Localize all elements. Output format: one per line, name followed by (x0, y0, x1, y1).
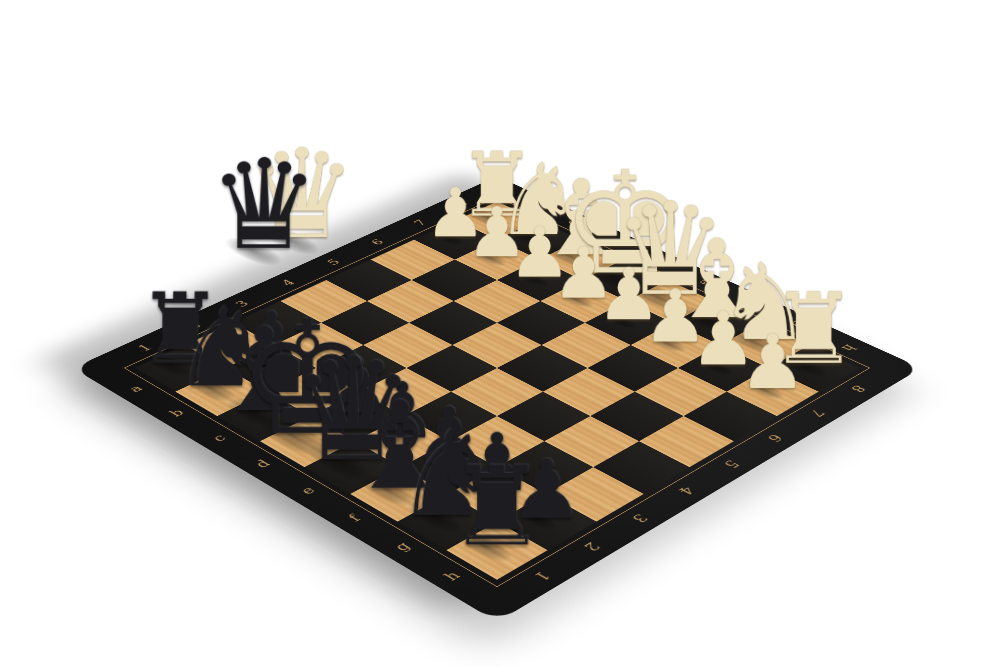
black-queen-icon: ♛ (208, 143, 319, 267)
product-photo-scene: 1122334455667788aabbccddeeffgghh ♜♞♝♚♛♝♞… (0, 0, 1000, 667)
black-rook-icon: ♜ (448, 452, 546, 561)
white-pawn-icon: ♟ (739, 324, 806, 399)
chess-board: 1122334455667788aabbccddeeffgghh ♜♞♝♚♛♝♞… (73, 176, 922, 622)
